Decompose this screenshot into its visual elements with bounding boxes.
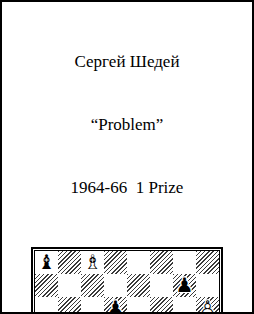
piece-black-pawn: ♟ bbox=[104, 297, 127, 314]
square-c6 bbox=[81, 297, 104, 314]
square-f7 bbox=[150, 274, 173, 297]
square-h8 bbox=[196, 251, 219, 274]
square-e6 bbox=[127, 297, 150, 314]
source-title: “Problem” bbox=[2, 114, 252, 135]
square-c7 bbox=[81, 274, 104, 297]
square-c8: ♝♗ bbox=[81, 251, 104, 274]
square-g7: ♟♟ bbox=[173, 274, 196, 297]
composer-name: Сергей Шедей bbox=[2, 51, 252, 72]
piece-halo: ♟ bbox=[104, 297, 127, 314]
square-b6 bbox=[58, 297, 81, 314]
piece-halo: ♟ bbox=[196, 297, 219, 314]
square-h7 bbox=[196, 274, 219, 297]
piece-black-pawn: ♟ bbox=[173, 274, 196, 297]
square-b8 bbox=[58, 251, 81, 274]
square-f6 bbox=[150, 297, 173, 314]
piece-halo: ♟ bbox=[173, 274, 196, 297]
square-f8 bbox=[150, 251, 173, 274]
piece-halo: ♝ bbox=[35, 251, 58, 274]
square-a6 bbox=[35, 297, 58, 314]
square-e7 bbox=[127, 274, 150, 297]
chess-board: ♝♝♝♗♟♟♟♟♟♙♜♖♞♞♝♗♜♖♞♘♚♚♟♙♛♕♟♟♟♟♟♙♟♙♟♙♚♔ bbox=[34, 250, 220, 314]
square-d8 bbox=[104, 251, 127, 274]
year-prize: 1964-66 1 Prize bbox=[2, 177, 252, 198]
chess-problem-card: Сергей Шедей “Problem” 1964-66 1 Prize ♝… bbox=[0, 0, 254, 314]
square-a7 bbox=[35, 274, 58, 297]
piece-black-bishop: ♝ bbox=[35, 251, 58, 274]
square-g8 bbox=[173, 251, 196, 274]
square-b7 bbox=[58, 274, 81, 297]
square-d7 bbox=[104, 274, 127, 297]
square-e8 bbox=[127, 251, 150, 274]
piece-white-pawn: ♙ bbox=[196, 297, 219, 314]
piece-white-bishop: ♗ bbox=[81, 251, 104, 274]
square-g6 bbox=[173, 297, 196, 314]
square-d6: ♟♟ bbox=[104, 297, 127, 314]
piece-halo: ♝ bbox=[81, 251, 104, 274]
square-a8: ♝♝ bbox=[35, 251, 58, 274]
title-block: Сергей Шедей “Problem” 1964-66 1 Prize bbox=[2, 2, 252, 240]
square-h6: ♟♙ bbox=[196, 297, 219, 314]
